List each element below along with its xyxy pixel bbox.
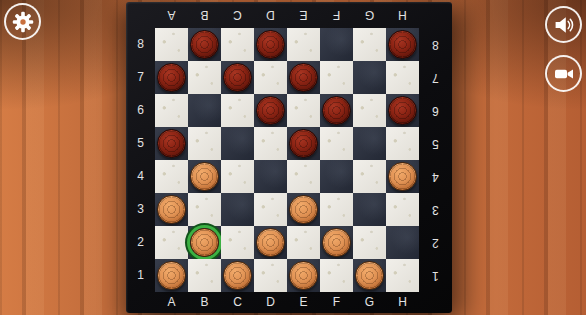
checker-a3[interactable] (157, 195, 186, 224)
checker-f2[interactable] (322, 228, 351, 257)
checker-b4[interactable] (190, 162, 219, 191)
square-f6[interactable] (320, 94, 353, 127)
square-a1[interactable] (155, 259, 188, 292)
rank-label-5: 5 (419, 127, 452, 160)
checker-e7[interactable] (289, 63, 318, 92)
square-c6[interactable] (221, 94, 254, 127)
square-f7[interactable] (320, 61, 353, 94)
rank-label-8: 8 (126, 28, 155, 61)
square-d4[interactable] (254, 160, 287, 193)
square-h3[interactable] (386, 193, 419, 226)
square-e1[interactable] (287, 259, 320, 292)
file-label-f: F (320, 2, 353, 28)
rank-label-7: 7 (126, 61, 155, 94)
speaker-icon (552, 13, 576, 37)
rank-labels-right: 87654321 (419, 28, 452, 292)
square-g8[interactable] (353, 28, 386, 61)
checker-d8[interactable] (256, 30, 285, 59)
board-grid (155, 28, 419, 292)
square-g6[interactable] (353, 94, 386, 127)
rank-label-7: 7 (419, 61, 452, 94)
square-h2[interactable] (386, 226, 419, 259)
square-a2[interactable] (155, 226, 188, 259)
square-d3[interactable] (254, 193, 287, 226)
checker-g1[interactable] (355, 261, 384, 290)
rank-label-8: 8 (419, 28, 452, 61)
square-c3[interactable] (221, 193, 254, 226)
square-d7[interactable] (254, 61, 287, 94)
square-g1[interactable] (353, 259, 386, 292)
checker-d2[interactable] (256, 228, 285, 257)
square-e5[interactable] (287, 127, 320, 160)
square-g2[interactable] (353, 226, 386, 259)
rank-label-4: 4 (419, 160, 452, 193)
square-d8[interactable] (254, 28, 287, 61)
square-a7[interactable] (155, 61, 188, 94)
square-b2[interactable] (188, 226, 221, 259)
square-b6[interactable] (188, 94, 221, 127)
square-h1[interactable] (386, 259, 419, 292)
checker-e1[interactable] (289, 261, 318, 290)
checker-b2-selected[interactable] (190, 228, 219, 257)
square-h4[interactable] (386, 160, 419, 193)
file-label-d: D (254, 2, 287, 28)
square-c4[interactable] (221, 160, 254, 193)
square-f4[interactable] (320, 160, 353, 193)
checker-c1[interactable] (223, 261, 252, 290)
checker-e5[interactable] (289, 129, 318, 158)
square-a4[interactable] (155, 160, 188, 193)
file-label-g: G (353, 292, 386, 313)
rank-label-3: 3 (126, 193, 155, 226)
square-e4[interactable] (287, 160, 320, 193)
checker-h4[interactable] (388, 162, 417, 191)
square-f8[interactable] (320, 28, 353, 61)
checker-a7[interactable] (157, 63, 186, 92)
file-label-h: H (386, 292, 419, 313)
checker-a5[interactable] (157, 129, 186, 158)
file-label-b: B (188, 292, 221, 313)
gear-icon (11, 10, 35, 34)
checker-e3[interactable] (289, 195, 318, 224)
square-e2[interactable] (287, 226, 320, 259)
checker-f6[interactable] (322, 96, 351, 125)
square-c5[interactable] (221, 127, 254, 160)
square-f5[interactable] (320, 127, 353, 160)
square-c2[interactable] (221, 226, 254, 259)
square-c7[interactable] (221, 61, 254, 94)
square-f1[interactable] (320, 259, 353, 292)
rank-label-6: 6 (419, 94, 452, 127)
file-label-a: A (155, 292, 188, 313)
square-c1[interactable] (221, 259, 254, 292)
square-e6[interactable] (287, 94, 320, 127)
file-labels-top: ABCDEFGH (155, 2, 419, 28)
rank-label-4: 4 (126, 160, 155, 193)
rank-label-3: 3 (419, 193, 452, 226)
square-b3[interactable] (188, 193, 221, 226)
square-g7[interactable] (353, 61, 386, 94)
square-h8[interactable] (386, 28, 419, 61)
square-h6[interactable] (386, 94, 419, 127)
square-e7[interactable] (287, 61, 320, 94)
checker-h6[interactable] (388, 96, 417, 125)
settings-button[interactable] (4, 3, 41, 40)
file-label-c: C (221, 2, 254, 28)
file-label-b: B (188, 2, 221, 28)
checker-c7[interactable] (223, 63, 252, 92)
file-label-d: D (254, 292, 287, 313)
checker-d6[interactable] (256, 96, 285, 125)
square-b4[interactable] (188, 160, 221, 193)
rank-label-5: 5 (126, 127, 155, 160)
camera-button[interactable] (545, 55, 582, 92)
square-a3[interactable] (155, 193, 188, 226)
rank-label-1: 1 (419, 259, 452, 292)
checkers-board: ABCDEFGH ABCDEFGH 87654321 87654321 (126, 2, 452, 313)
square-d6[interactable] (254, 94, 287, 127)
square-b5[interactable] (188, 127, 221, 160)
video-camera-icon (552, 62, 576, 86)
square-g3[interactable] (353, 193, 386, 226)
square-b8[interactable] (188, 28, 221, 61)
rank-label-6: 6 (126, 94, 155, 127)
file-label-e: E (287, 2, 320, 28)
square-d1[interactable] (254, 259, 287, 292)
square-g4[interactable] (353, 160, 386, 193)
game-background: ABCDEFGH ABCDEFGH 87654321 87654321 (0, 0, 586, 315)
file-label-g: G (353, 2, 386, 28)
square-a5[interactable] (155, 127, 188, 160)
file-labels-bottom: ABCDEFGH (155, 292, 419, 313)
square-e3[interactable] (287, 193, 320, 226)
checker-b8[interactable] (190, 30, 219, 59)
sound-button[interactable] (545, 6, 582, 43)
square-h7[interactable] (386, 61, 419, 94)
square-a8[interactable] (155, 28, 188, 61)
square-f2[interactable] (320, 226, 353, 259)
square-f3[interactable] (320, 193, 353, 226)
square-b1[interactable] (188, 259, 221, 292)
file-label-a: A (155, 2, 188, 28)
square-e8[interactable] (287, 28, 320, 61)
rank-label-2: 2 (126, 226, 155, 259)
file-label-e: E (287, 292, 320, 313)
square-a6[interactable] (155, 94, 188, 127)
rank-label-2: 2 (419, 226, 452, 259)
file-label-c: C (221, 292, 254, 313)
square-g5[interactable] (353, 127, 386, 160)
square-b7[interactable] (188, 61, 221, 94)
square-h5[interactable] (386, 127, 419, 160)
checker-a1[interactable] (157, 261, 186, 290)
rank-labels-left: 87654321 (126, 28, 155, 292)
rank-label-1: 1 (126, 259, 155, 292)
file-label-f: F (320, 292, 353, 313)
square-d5[interactable] (254, 127, 287, 160)
file-label-h: H (386, 2, 419, 28)
checker-h8[interactable] (388, 30, 417, 59)
square-d2[interactable] (254, 226, 287, 259)
square-c8[interactable] (221, 28, 254, 61)
